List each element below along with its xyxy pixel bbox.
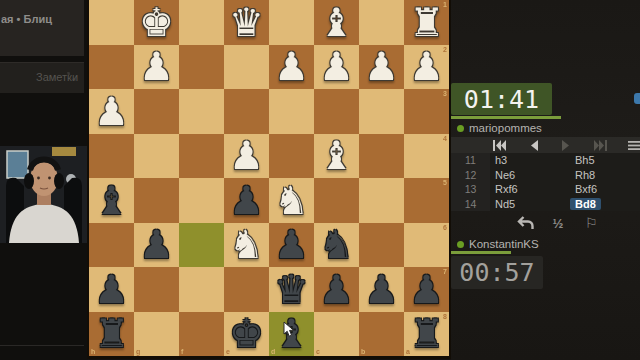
white-pawn: ♟	[229, 136, 264, 175]
white-bishop: ♝	[319, 136, 354, 175]
square-a2[interactable]: ♟2	[404, 45, 449, 90]
white-time-bar	[451, 116, 561, 119]
black-queen: ♛	[274, 270, 309, 309]
board-frame: ♚♛♝♜1♟♟♟♟♟2♟3♟♝4♝♟♞5♟♞♟♞6♟♛♟♟♟7♜hgf♚e♝dc…	[87, 0, 451, 359]
move-11-black[interactable]: Bh5	[570, 154, 640, 166]
square-c2[interactable]: ♟	[314, 45, 359, 90]
square-e3[interactable]	[224, 89, 269, 134]
move-11-white[interactable]: h3	[490, 154, 570, 166]
black-pawn: ♟	[94, 270, 129, 309]
square-a3[interactable]: 3	[404, 89, 449, 134]
square-b3[interactable]	[359, 89, 404, 134]
move-row-11: 11h3Bh5	[451, 153, 640, 168]
square-g4[interactable]	[134, 134, 179, 179]
file-label-b: b	[361, 348, 365, 355]
square-b2[interactable]: ♟	[359, 45, 404, 90]
square-e5[interactable]: ♟	[224, 178, 269, 223]
game-meta-box: ая • Блиц	[0, 0, 84, 56]
white-pawn: ♟	[94, 92, 129, 131]
square-c3[interactable]	[314, 89, 359, 134]
player-top[interactable]: mariopommes	[457, 121, 542, 135]
square-a4[interactable]: 4	[404, 134, 449, 179]
rank-label-7: 7	[443, 268, 447, 275]
square-d5[interactable]: ♞	[269, 178, 314, 223]
square-h3[interactable]: ♟	[89, 89, 134, 134]
player-bottom[interactable]: KonstantinKS	[457, 237, 539, 251]
square-b7[interactable]: ♟	[359, 267, 404, 312]
square-b5[interactable]	[359, 178, 404, 223]
black-king: ♚	[229, 314, 264, 353]
white-clock-time: 01:41	[464, 85, 539, 114]
square-c5[interactable]	[314, 178, 359, 223]
square-d4[interactable]	[269, 134, 314, 179]
square-d3[interactable]	[269, 89, 314, 134]
move-12-black[interactable]: Rh8	[570, 169, 640, 181]
square-b6[interactable]	[359, 223, 404, 268]
square-g5[interactable]	[134, 178, 179, 223]
white-queen: ♛	[229, 3, 264, 42]
square-d7[interactable]: ♛	[269, 267, 314, 312]
player-bottom-name: KonstantinKS	[469, 238, 539, 250]
move-row-12: 12Ne6Rh8	[451, 168, 640, 183]
action-buttons: ½ ⚐	[451, 212, 640, 234]
move-row-14: 14Nd5Bd8	[451, 197, 640, 212]
previous-move-button[interactable]	[527, 139, 539, 151]
square-g8[interactable]: g	[134, 312, 179, 357]
square-f4[interactable]	[179, 134, 224, 179]
move-number: 13	[451, 182, 490, 197]
square-d1[interactable]	[269, 0, 314, 45]
square-c7[interactable]: ♟	[314, 267, 359, 312]
flag-icon: ⚐	[585, 215, 598, 231]
sidebar-divider	[0, 345, 84, 346]
square-h5[interactable]: ♝	[89, 178, 134, 223]
white-pawn: ♟	[139, 47, 174, 86]
square-h7[interactable]: ♟	[89, 267, 134, 312]
square-f7[interactable]	[179, 267, 224, 312]
cropped-button[interactable]	[634, 93, 640, 104]
rank-label-6: 6	[443, 224, 447, 231]
square-a5[interactable]: 5	[404, 178, 449, 223]
black-pawn: ♟	[364, 270, 399, 309]
file-label-d: d	[271, 348, 275, 355]
resign-button[interactable]: ⚐	[581, 214, 601, 232]
white-bishop: ♝	[319, 3, 354, 42]
square-e4[interactable]: ♟	[224, 134, 269, 179]
white-knight: ♞	[229, 225, 264, 264]
square-c1[interactable]: ♝	[314, 0, 359, 45]
move-13-black[interactable]: Bxf6	[570, 183, 640, 195]
file-label-h: h	[91, 348, 95, 355]
square-a1[interactable]: ♜1	[404, 0, 449, 45]
rank-label-1: 1	[443, 1, 447, 8]
square-f3[interactable]	[179, 89, 224, 134]
draw-offer-button[interactable]: ½	[548, 214, 568, 232]
square-e6[interactable]: ♞	[224, 223, 269, 268]
square-f8[interactable]: f	[179, 312, 224, 357]
picture-frame	[7, 151, 28, 178]
square-h8[interactable]: ♜h	[89, 312, 134, 357]
online-dot	[457, 125, 464, 132]
white-pawn: ♟	[409, 47, 444, 86]
square-d2[interactable]: ♟	[269, 45, 314, 90]
move-number: 11	[451, 153, 490, 168]
square-h2[interactable]	[89, 45, 134, 90]
webcam-feed	[0, 146, 88, 243]
black-pawn: ♟	[229, 181, 264, 220]
move-14-white[interactable]: Nd5	[490, 198, 570, 210]
square-g6[interactable]: ♟	[134, 223, 179, 268]
rank-label-5: 5	[443, 179, 447, 186]
square-a8[interactable]: ♜8a	[404, 312, 449, 357]
white-pawn: ♟	[364, 47, 399, 86]
game-panel: 01:41 mariopommes	[451, 0, 640, 360]
online-dot	[457, 241, 464, 248]
black-bishop: ♝	[94, 181, 129, 220]
white-time-bar-track	[451, 116, 640, 119]
game-meta-text: ая • Блиц	[1, 13, 52, 25]
rank-label-8: 8	[443, 313, 447, 320]
black-knight: ♞	[319, 225, 354, 264]
file-label-a: a	[406, 348, 410, 355]
next-move-button[interactable]	[560, 139, 572, 151]
rank-label-2: 2	[443, 46, 447, 53]
last-move-button[interactable]	[594, 139, 607, 151]
black-pawn: ♟	[319, 270, 354, 309]
white-pawn: ♟	[274, 47, 309, 86]
square-b1[interactable]	[359, 0, 404, 45]
left-sidebar: ая • Блиц Заметки	[0, 0, 88, 360]
black-time-bar	[451, 251, 511, 254]
black-clock: 00:57	[451, 256, 543, 289]
black-clock-time: 00:57	[459, 258, 534, 287]
square-f1[interactable]	[179, 0, 224, 45]
rank-label-4: 4	[443, 135, 447, 142]
move-number: 12	[451, 168, 490, 183]
file-label-e: e	[226, 348, 230, 355]
black-rook: ♜	[94, 314, 129, 353]
square-a6[interactable]: 6	[404, 223, 449, 268]
move-list: 11h3Bh512Ne6Rh813Rxf6Bxf614Nd5Bd8	[451, 153, 640, 211]
square-h4[interactable]	[89, 134, 134, 179]
mouse-cursor	[283, 321, 295, 338]
black-rook: ♜	[409, 314, 444, 353]
square-h6[interactable]	[89, 223, 134, 268]
rank-label-3: 3	[443, 90, 447, 97]
move-row-13: 13Rxf6Bxf6	[451, 182, 640, 197]
square-h1[interactable]	[89, 0, 134, 45]
square-f2[interactable]	[179, 45, 224, 90]
move-12-white[interactable]: Ne6	[490, 169, 570, 181]
notes-tab[interactable]: Заметки	[0, 62, 84, 93]
first-move-button[interactable]	[493, 139, 506, 151]
white-knight: ♞	[274, 181, 309, 220]
phone-icon	[64, 70, 78, 84]
lamp	[52, 147, 76, 156]
square-c6[interactable]: ♞	[314, 223, 359, 268]
black-pawn: ♟	[409, 270, 444, 309]
white-pawn: ♟	[319, 47, 354, 86]
file-label-c: c	[316, 348, 320, 355]
headphone-cup-right	[54, 173, 64, 189]
square-e8[interactable]: ♚e	[224, 312, 269, 357]
move-13-white[interactable]: Rxf6	[490, 183, 570, 195]
square-b8[interactable]: b	[359, 312, 404, 357]
stream-layout: ая • Блиц Заметки	[0, 0, 640, 360]
square-g1[interactable]: ♚	[134, 0, 179, 45]
move-14-black[interactable]: Bd8	[570, 198, 640, 210]
selected-move[interactable]: Bd8	[570, 198, 601, 210]
menu-icon[interactable]	[628, 139, 640, 151]
square-e7[interactable]	[224, 267, 269, 312]
square-e1[interactable]: ♛	[224, 0, 269, 45]
black-pawn: ♟	[274, 225, 309, 264]
chess-board: ♚♛♝♜1♟♟♟♟♟2♟3♟♝4♝♟♞5♟♞♟♞6♟♛♟♟♟7♜hgf♚e♝dc…	[89, 0, 449, 356]
square-d6[interactable]: ♟	[269, 223, 314, 268]
square-a7[interactable]: ♟7	[404, 267, 449, 312]
square-g2[interactable]: ♟	[134, 45, 179, 90]
file-label-g: g	[136, 348, 140, 355]
white-king: ♚	[139, 3, 174, 42]
square-e2[interactable]	[224, 45, 269, 90]
player-top-name: mariopommes	[469, 122, 542, 134]
square-g3[interactable]	[134, 89, 179, 134]
move-number: 14	[451, 197, 490, 212]
square-c8[interactable]: c	[314, 312, 359, 357]
white-rook: ♜	[409, 3, 444, 42]
square-f5[interactable]	[179, 178, 224, 223]
square-g7[interactable]	[134, 267, 179, 312]
black-time-bar-track	[451, 251, 640, 254]
move-nav-bar	[451, 137, 640, 153]
white-clock: 01:41	[451, 83, 552, 115]
file-label-f: f	[181, 348, 183, 355]
headphone-cup-left	[24, 173, 34, 189]
square-b4[interactable]	[359, 134, 404, 179]
takeback-button[interactable]	[515, 214, 535, 232]
square-f6[interactable]	[179, 223, 224, 268]
webcam-scene	[0, 146, 88, 243]
square-c4[interactable]: ♝	[314, 134, 359, 179]
black-pawn: ♟	[139, 225, 174, 264]
